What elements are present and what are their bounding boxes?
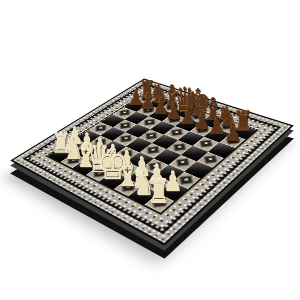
piece-black-pawn-h7: ♟ [224, 119, 242, 144]
product-photo-canvas: ✦✦✦✦✦✦✦✦✦✦✦✦✦✦✦✦✦✦✦✦✦✦✦✦✦✦✦✦✦✦✦✦ ♜♞♟♝♟♛♟… [0, 0, 300, 300]
piece-black-pawn-g7: ♟ [208, 114, 225, 138]
pieces-layer: ♜♞♟♝♟♛♟♚♟♝♟♞♟♜♟♟♟♟♜♟♞♟♝♟♛♟♚♟♝♟♞♜ [0, 0, 300, 300]
piece-white-rook-h1: ♜ [147, 174, 171, 207]
